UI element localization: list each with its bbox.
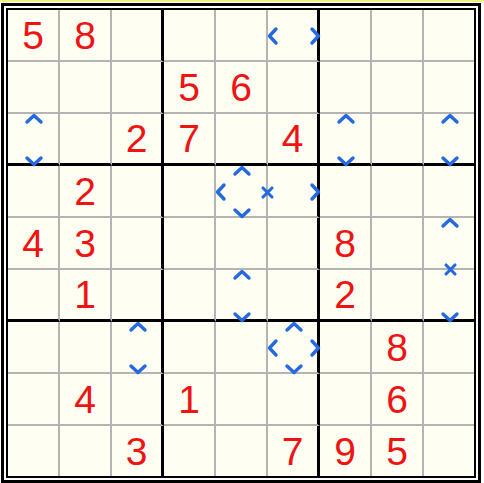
cell-r3c8[interactable] <box>372 114 424 166</box>
cell-r9c8[interactable]: 5 <box>372 426 424 476</box>
cell-r6c7[interactable]: 2 <box>320 270 372 322</box>
cell-r1c5[interactable] <box>216 10 268 62</box>
window-top-edge-stripe <box>0 0 484 2</box>
cell-r2c4[interactable]: 5 <box>164 62 216 114</box>
cell-r6c6[interactable] <box>268 270 320 322</box>
cell-r8c4[interactable]: 1 <box>164 374 216 426</box>
cell-r1c7[interactable] <box>320 10 372 62</box>
cell-r1c6[interactable] <box>268 10 320 62</box>
given-digit: 5 <box>386 432 408 471</box>
cell-r7c3[interactable] <box>112 322 164 374</box>
cell-r2c1[interactable] <box>8 62 60 114</box>
cell-r5c4[interactable] <box>164 218 216 270</box>
cell-r6c5[interactable] <box>216 270 268 322</box>
cell-r7c1[interactable] <box>8 322 60 374</box>
cell-r5c6[interactable] <box>268 218 320 270</box>
given-digit: 2 <box>126 119 148 158</box>
cell-r9c4[interactable] <box>164 426 216 476</box>
given-digit: 9 <box>334 432 356 471</box>
cell-r3c9[interactable] <box>424 114 474 166</box>
cell-r3c3[interactable]: 2 <box>112 114 164 166</box>
cell-r9c3[interactable]: 3 <box>112 426 164 476</box>
cell-r2c6[interactable] <box>268 62 320 114</box>
cell-r5c2[interactable]: 3 <box>60 218 112 270</box>
cell-r6c2[interactable]: 1 <box>60 270 112 322</box>
given-digit: 3 <box>74 224 96 263</box>
given-digit: 4 <box>282 119 304 158</box>
cell-r9c5[interactable] <box>216 426 268 476</box>
cell-r3c5[interactable] <box>216 114 268 166</box>
cell-r7c2[interactable] <box>60 322 112 374</box>
cell-r2c8[interactable] <box>372 62 424 114</box>
cell-r9c6[interactable]: 7 <box>268 426 320 476</box>
cell-r4c4[interactable] <box>164 166 216 218</box>
cell-r7c6[interactable] <box>268 322 320 374</box>
cell-r9c1[interactable] <box>8 426 60 476</box>
cell-r3c2[interactable] <box>60 114 112 166</box>
given-digit: 3 <box>126 432 148 471</box>
cell-r4c8[interactable] <box>372 166 424 218</box>
cell-r1c4[interactable] <box>164 10 216 62</box>
cell-r2c7[interactable] <box>320 62 372 114</box>
cell-r4c2[interactable]: 2 <box>60 166 112 218</box>
cell-r8c2[interactable]: 4 <box>60 374 112 426</box>
given-digit: 1 <box>178 380 200 419</box>
cell-r1c8[interactable] <box>372 10 424 62</box>
cell-r8c6[interactable] <box>268 374 320 426</box>
given-digit: 1 <box>74 275 96 314</box>
given-digit: 7 <box>282 432 304 471</box>
sudoku-board: 585627424381284163795 <box>6 8 476 478</box>
given-digit: 7 <box>178 119 200 158</box>
cell-r8c5[interactable] <box>216 374 268 426</box>
given-digit: 8 <box>74 16 96 55</box>
given-digit: 4 <box>74 380 96 419</box>
cell-r9c7[interactable]: 9 <box>320 426 372 476</box>
cell-r4c6[interactable] <box>268 166 320 218</box>
sudoku-grid: 585627424381284163795 <box>8 10 474 476</box>
cell-r1c1[interactable]: 5 <box>8 10 60 62</box>
cell-r6c9[interactable] <box>424 270 474 322</box>
cell-r4c5[interactable] <box>216 166 268 218</box>
cell-r6c1[interactable] <box>8 270 60 322</box>
cell-r8c1[interactable] <box>8 374 60 426</box>
cell-r7c8[interactable]: 8 <box>372 322 424 374</box>
cell-r7c5[interactable] <box>216 322 268 374</box>
cell-r6c3[interactable] <box>112 270 164 322</box>
given-digit: 8 <box>334 224 356 263</box>
cell-r3c4[interactable]: 7 <box>164 114 216 166</box>
given-digit: 6 <box>386 380 408 419</box>
cell-r4c7[interactable] <box>320 166 372 218</box>
cell-r8c8[interactable]: 6 <box>372 374 424 426</box>
cell-r4c9[interactable] <box>424 166 474 218</box>
cell-r7c9[interactable] <box>424 322 474 374</box>
cell-r2c5[interactable]: 6 <box>216 62 268 114</box>
cell-r5c9[interactable] <box>424 218 474 270</box>
cell-r4c1[interactable] <box>8 166 60 218</box>
cell-r5c3[interactable] <box>112 218 164 270</box>
cell-r5c5[interactable] <box>216 218 268 270</box>
given-digit: 6 <box>230 68 252 107</box>
cell-r8c7[interactable] <box>320 374 372 426</box>
sudoku-board-frame: 585627424381284163795 <box>1 3 481 483</box>
cell-r5c8[interactable] <box>372 218 424 270</box>
given-digit: 2 <box>334 275 356 314</box>
given-digit: 5 <box>178 68 200 107</box>
cell-r9c9[interactable] <box>424 426 474 476</box>
cell-r8c9[interactable] <box>424 374 474 426</box>
cell-r9c2[interactable] <box>60 426 112 476</box>
cell-r6c4[interactable] <box>164 270 216 322</box>
sudoku-app-page: 585627424381284163795 <box>0 0 484 483</box>
cell-r1c2[interactable]: 8 <box>60 10 112 62</box>
cell-r2c9[interactable] <box>424 62 474 114</box>
cell-r1c9[interactable] <box>424 10 474 62</box>
cell-r3c7[interactable] <box>320 114 372 166</box>
cell-r7c4[interactable] <box>164 322 216 374</box>
cell-r7c7[interactable] <box>320 322 372 374</box>
cell-r8c3[interactable] <box>112 374 164 426</box>
cell-r2c3[interactable] <box>112 62 164 114</box>
cell-r2c2[interactable] <box>60 62 112 114</box>
cell-r5c7[interactable]: 8 <box>320 218 372 270</box>
cell-r6c8[interactable] <box>372 270 424 322</box>
cell-r5c1[interactable]: 4 <box>8 218 60 270</box>
cell-r4c3[interactable] <box>112 166 164 218</box>
given-digit: 5 <box>22 16 44 55</box>
given-digit: 2 <box>74 172 96 211</box>
cell-r3c6[interactable]: 4 <box>268 114 320 166</box>
given-digit: 4 <box>22 224 44 263</box>
cell-r3c1[interactable] <box>8 114 60 166</box>
given-digit: 8 <box>386 328 408 367</box>
cell-r1c3[interactable] <box>112 10 164 62</box>
